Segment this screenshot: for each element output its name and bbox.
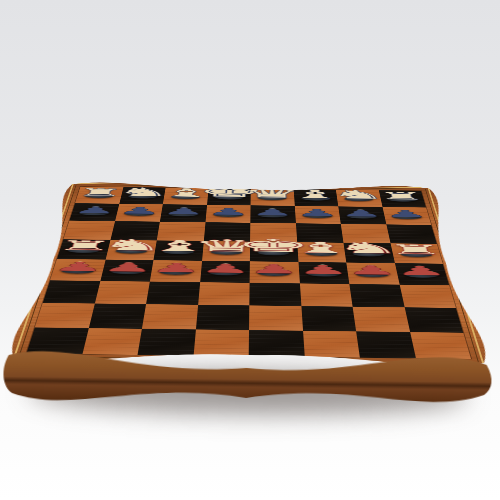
square-f4: ♟ bbox=[298, 262, 349, 284]
square-d2 bbox=[195, 305, 249, 330]
square-e7: ♟ bbox=[250, 205, 295, 223]
square-a7: ♟ bbox=[69, 203, 119, 221]
square-a2 bbox=[35, 303, 95, 328]
square-g3 bbox=[349, 284, 404, 307]
square-g7: ♟ bbox=[338, 206, 386, 224]
square-f3 bbox=[299, 283, 352, 306]
square-h8: ♜ bbox=[378, 190, 425, 207]
pawn-glyph: ♟ bbox=[73, 205, 118, 215]
pawn-glyph: ♟ bbox=[394, 264, 448, 277]
square-e1 bbox=[249, 330, 305, 357]
square-b3 bbox=[94, 281, 149, 304]
square-c1 bbox=[138, 329, 196, 356]
square-f7: ♟ bbox=[294, 206, 340, 224]
square-b2 bbox=[88, 303, 146, 328]
board-wood-surface: ♜♞♝♚♛♝♞♜♟♟♟♟♟♟♟♟♜♞♝♛♚♝♞♜♟♟♟♟♟♟♟♟ bbox=[0, 180, 499, 371]
square-e3 bbox=[249, 283, 301, 306]
pawn-glyph: ♟ bbox=[249, 263, 301, 276]
pawn-glyph: ♟ bbox=[345, 264, 398, 277]
square-f1 bbox=[303, 331, 360, 358]
square-a1 bbox=[26, 327, 88, 354]
square-e4: ♟ bbox=[250, 261, 300, 283]
square-h1 bbox=[410, 332, 471, 359]
square-h3 bbox=[399, 284, 456, 307]
rook-glyph: ♜ bbox=[386, 243, 445, 257]
board-tilt-wrapper: ♜♞♝♚♛♝♞♜♟♟♟♟♟♟♟♟♜♞♝♛♚♝♞♜♟♟♟♟♟♟♟♟ bbox=[0, 0, 500, 500]
pawn-glyph: ♟ bbox=[162, 206, 205, 216]
square-h7: ♟ bbox=[382, 207, 431, 225]
rook-glyph: ♜ bbox=[377, 191, 426, 201]
square-d3 bbox=[198, 282, 250, 305]
chess-board: ♜♞♝♚♛♝♞♜♟♟♟♟♟♟♟♟♜♞♝♛♚♝♞♜♟♟♟♟♟♟♟♟ bbox=[0, 180, 499, 371]
square-c2 bbox=[142, 304, 198, 329]
square-d7: ♟ bbox=[205, 205, 250, 223]
square-c4: ♟ bbox=[150, 260, 202, 282]
studio-background: ♜♞♝♚♛♝♞♜♟♟♟♟♟♟♟♟♜♞♝♛♚♝♞♜♟♟♟♟♟♟♟♟ bbox=[0, 0, 500, 500]
square-g4: ♟ bbox=[346, 263, 399, 285]
pawn-glyph: ♟ bbox=[340, 208, 384, 218]
square-g1 bbox=[356, 331, 415, 358]
square-h2 bbox=[404, 307, 463, 332]
pawn-glyph: ♟ bbox=[117, 205, 161, 215]
square-a3 bbox=[43, 280, 100, 303]
board-grid: ♜♞♝♚♛♝♞♜♟♟♟♟♟♟♟♟♜♞♝♛♚♝♞♜♟♟♟♟♟♟♟♟ bbox=[26, 187, 471, 359]
square-c3 bbox=[146, 281, 200, 304]
square-f2 bbox=[301, 306, 356, 331]
square-h5: ♜ bbox=[390, 243, 443, 264]
square-b1 bbox=[82, 328, 142, 355]
square-g8: ♞ bbox=[336, 190, 382, 207]
square-b7: ♟ bbox=[115, 204, 163, 222]
pawn-glyph: ♟ bbox=[296, 208, 339, 218]
pawn-glyph: ♟ bbox=[207, 207, 250, 217]
square-d4: ♟ bbox=[200, 261, 250, 283]
square-e2 bbox=[249, 305, 303, 330]
square-a4: ♟ bbox=[50, 259, 105, 281]
square-b4: ♟ bbox=[100, 260, 153, 282]
pawn-glyph: ♟ bbox=[101, 261, 155, 274]
pawn-glyph: ♟ bbox=[150, 261, 203, 274]
square-g2 bbox=[353, 307, 410, 332]
square-c7: ♟ bbox=[160, 204, 207, 222]
pawn-glyph: ♟ bbox=[199, 262, 251, 275]
square-h4: ♟ bbox=[394, 263, 449, 285]
pawn-glyph: ♟ bbox=[384, 209, 429, 219]
pawn-glyph: ♟ bbox=[297, 263, 349, 276]
pawn-glyph: ♟ bbox=[51, 260, 106, 273]
square-d1 bbox=[193, 329, 249, 356]
pawn-glyph: ♟ bbox=[251, 207, 294, 217]
